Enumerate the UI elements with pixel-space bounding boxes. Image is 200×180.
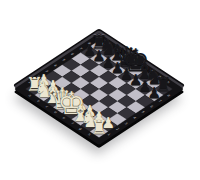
coordinate-label: d xyxy=(132,58,137,62)
coordinate-label: 7 xyxy=(157,100,162,103)
coordinate-label: e xyxy=(61,116,66,119)
coordinate-label: f xyxy=(149,70,154,73)
coordinate-label: 1 xyxy=(107,133,112,136)
coordinate-label: a xyxy=(106,42,111,45)
coordinate-label: 5 xyxy=(141,111,146,114)
coordinate-label: b xyxy=(115,47,120,51)
chess-board: abcdefgh abcdefgh 87654321 87654321 ♜♞♝♛… xyxy=(14,33,184,145)
coordinate-label: c xyxy=(44,105,49,108)
coordinate-label: b xyxy=(36,99,41,103)
coordinate-label: 2 xyxy=(115,128,120,131)
coordinate-label: 8 xyxy=(166,94,171,97)
product-photo: abcdefgh abcdefgh 87654321 87654321 ♜♞♝♛… xyxy=(0,0,200,180)
coordinate-label: f xyxy=(70,122,75,125)
coordinate-label: 4 xyxy=(132,116,137,119)
coordinate-label: g xyxy=(157,75,162,79)
coordinate-label: 6 xyxy=(149,105,154,108)
coordinate-label: g xyxy=(78,127,83,131)
coordinate-label: d xyxy=(53,111,58,115)
coordinate-label: e xyxy=(141,64,146,67)
coordinate-label: h xyxy=(166,81,171,85)
coordinate-label: c xyxy=(123,53,128,56)
coordinate-label: h xyxy=(86,133,91,137)
coordinate-label: 3 xyxy=(124,122,129,125)
coordinate-label: a xyxy=(27,94,32,97)
board-grid: ♜♞♝♛♚♝♞♜♟♟♟♟♟♟♟♟♟♟♟♟♟♟♟♟♜♞♝♛♚♝♞♜ xyxy=(25,40,172,137)
